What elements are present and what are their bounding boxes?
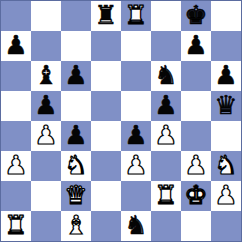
piece-white-pawn[interactable]: ♟ (124, 152, 147, 178)
piece-white-knight[interactable]: ♞ (64, 152, 87, 178)
piece-black-pawn[interactable]: ♟ (184, 32, 207, 58)
square-h3[interactable]: ♞ (211, 151, 241, 181)
square-b5[interactable]: ♟ (31, 91, 61, 121)
square-b6[interactable]: ♝ (31, 61, 61, 91)
square-e7[interactable] (121, 31, 151, 61)
square-d1[interactable] (91, 211, 121, 241)
piece-black-pawn[interactable]: ♟ (4, 32, 27, 58)
square-b8[interactable] (31, 1, 61, 31)
piece-white-pawn[interactable]: ♟ (184, 152, 207, 178)
square-a2[interactable] (1, 181, 31, 211)
square-g5[interactable] (181, 91, 211, 121)
square-d7[interactable] (91, 31, 121, 61)
square-a5[interactable] (1, 91, 31, 121)
square-h8[interactable] (211, 1, 241, 31)
square-c2[interactable]: ♛ (61, 181, 91, 211)
square-c5[interactable] (61, 91, 91, 121)
square-g7[interactable]: ♟ (181, 31, 211, 61)
square-c6[interactable]: ♟ (61, 61, 91, 91)
square-g6[interactable] (181, 61, 211, 91)
piece-black-rook[interactable]: ♜ (94, 2, 117, 28)
piece-black-pawn[interactable]: ♟ (154, 92, 177, 118)
square-h1[interactable] (211, 211, 241, 241)
square-b4[interactable]: ♟ (31, 121, 61, 151)
square-f6[interactable]: ♞ (151, 61, 181, 91)
square-f7[interactable] (151, 31, 181, 61)
square-c3[interactable]: ♞ (61, 151, 91, 181)
piece-black-pawn[interactable]: ♟ (214, 62, 237, 88)
square-a6[interactable] (1, 61, 31, 91)
square-c4[interactable]: ♟ (61, 121, 91, 151)
square-f8[interactable] (151, 1, 181, 31)
square-d8[interactable]: ♜ (91, 1, 121, 31)
square-e3[interactable]: ♟ (121, 151, 151, 181)
square-h7[interactable] (211, 31, 241, 61)
piece-black-queen[interactable]: ♛ (214, 92, 237, 118)
square-g8[interactable]: ♚ (181, 1, 211, 31)
square-c7[interactable] (61, 31, 91, 61)
square-f1[interactable] (151, 211, 181, 241)
square-h5[interactable]: ♛ (211, 91, 241, 121)
square-c8[interactable] (61, 1, 91, 31)
square-a3[interactable]: ♟ (1, 151, 31, 181)
piece-white-queen[interactable]: ♛ (64, 182, 87, 208)
square-b7[interactable] (31, 31, 61, 61)
piece-white-king[interactable]: ♚ (184, 182, 207, 208)
piece-white-pawn[interactable]: ♟ (214, 182, 237, 208)
square-b2[interactable] (31, 181, 61, 211)
square-d2[interactable] (91, 181, 121, 211)
square-e6[interactable] (121, 61, 151, 91)
piece-white-rook[interactable]: ♜ (124, 2, 147, 28)
square-a4[interactable] (1, 121, 31, 151)
piece-black-king[interactable]: ♚ (184, 2, 207, 28)
square-a8[interactable] (1, 1, 31, 31)
square-e1[interactable]: ♞ (121, 211, 151, 241)
piece-black-pawn[interactable]: ♟ (34, 92, 57, 118)
piece-black-bishop[interactable]: ♝ (34, 62, 57, 88)
piece-black-knight[interactable]: ♞ (124, 212, 147, 238)
piece-black-knight[interactable]: ♞ (154, 62, 177, 88)
square-e2[interactable] (121, 181, 151, 211)
square-h2[interactable]: ♟ (211, 181, 241, 211)
chess-board: ♜♜♚♟♟♝♟♞♟♟♟♛♟♟♟♟♟♞♟♟♞♛♜♚♟♜♝♞ (0, 0, 242, 242)
square-h4[interactable] (211, 121, 241, 151)
square-d4[interactable] (91, 121, 121, 151)
square-g1[interactable] (181, 211, 211, 241)
piece-white-pawn[interactable]: ♟ (34, 122, 57, 148)
piece-black-pawn[interactable]: ♟ (124, 122, 147, 148)
square-f2[interactable]: ♜ (151, 181, 181, 211)
square-g3[interactable]: ♟ (181, 151, 211, 181)
piece-white-knight[interactable]: ♞ (214, 152, 237, 178)
square-a1[interactable]: ♜ (1, 211, 31, 241)
square-g4[interactable] (181, 121, 211, 151)
square-a7[interactable]: ♟ (1, 31, 31, 61)
piece-white-bishop[interactable]: ♝ (64, 212, 87, 238)
square-f3[interactable] (151, 151, 181, 181)
square-b3[interactable] (31, 151, 61, 181)
square-d5[interactable] (91, 91, 121, 121)
square-d6[interactable] (91, 61, 121, 91)
square-b1[interactable] (31, 211, 61, 241)
square-e4[interactable]: ♟ (121, 121, 151, 151)
piece-white-pawn[interactable]: ♟ (154, 122, 177, 148)
square-c1[interactable]: ♝ (61, 211, 91, 241)
piece-black-pawn[interactable]: ♟ (64, 62, 87, 88)
square-h6[interactable]: ♟ (211, 61, 241, 91)
square-e8[interactable]: ♜ (121, 1, 151, 31)
square-e5[interactable] (121, 91, 151, 121)
square-f5[interactable]: ♟ (151, 91, 181, 121)
square-g2[interactable]: ♚ (181, 181, 211, 211)
square-f4[interactable]: ♟ (151, 121, 181, 151)
piece-white-rook[interactable]: ♜ (154, 182, 177, 208)
square-d3[interactable] (91, 151, 121, 181)
chess-board-wrapper: ♜♜♚♟♟♝♟♞♟♟♟♛♟♟♟♟♟♞♟♟♞♛♜♚♟♜♝♞ (0, 0, 242, 242)
piece-white-rook[interactable]: ♜ (4, 212, 27, 238)
piece-black-pawn[interactable]: ♟ (64, 122, 87, 148)
piece-white-pawn[interactable]: ♟ (4, 152, 27, 178)
